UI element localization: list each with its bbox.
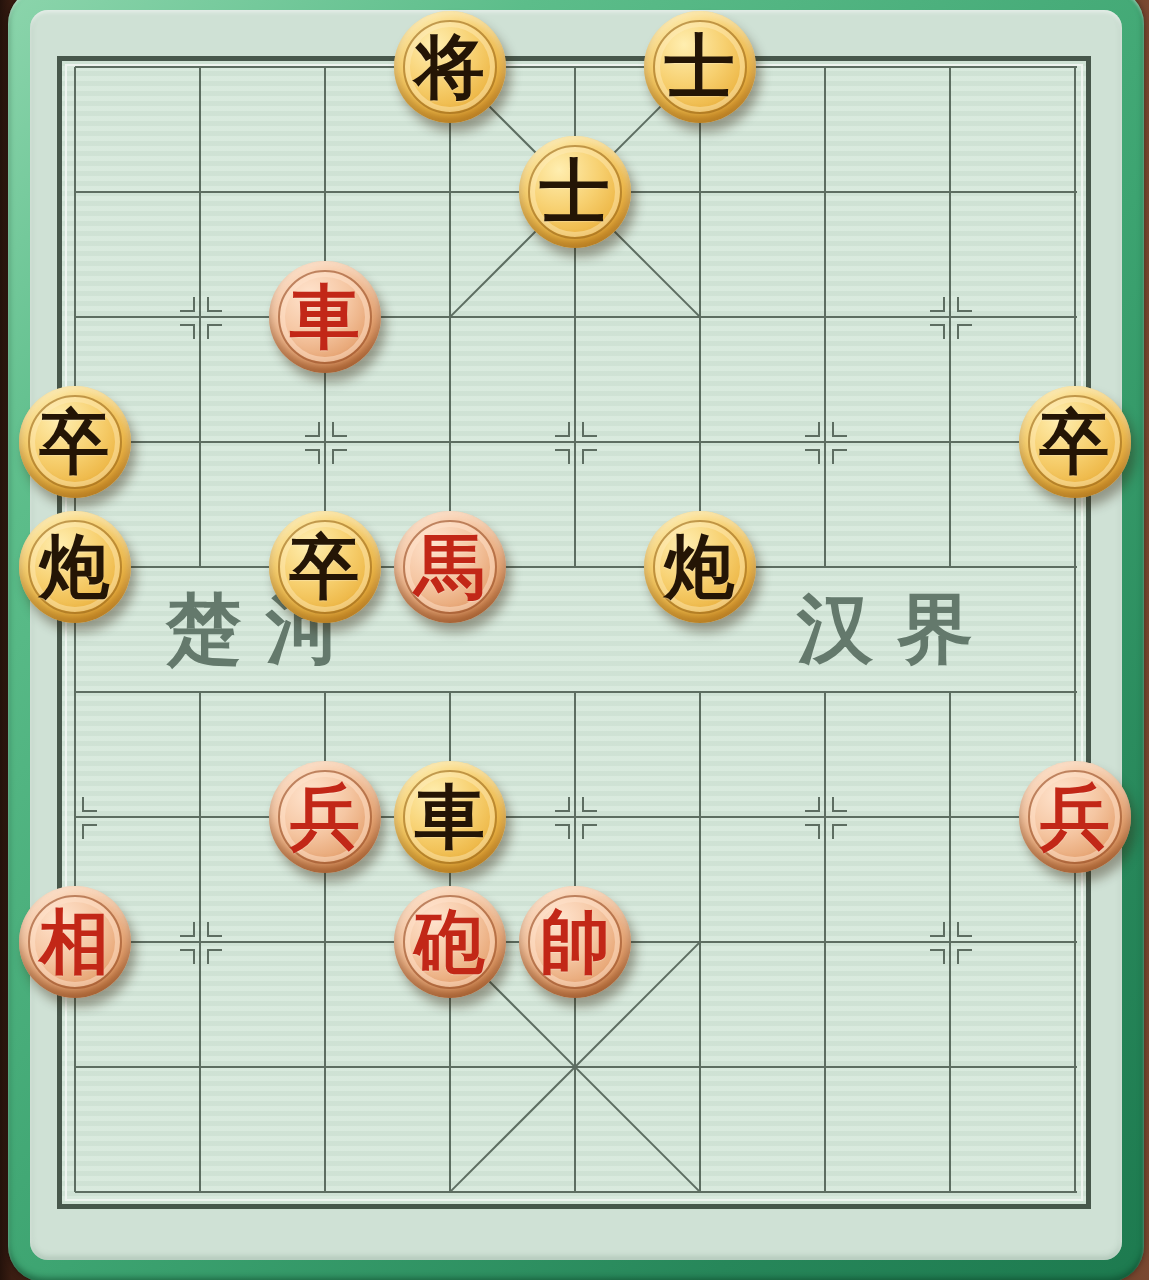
piece-red-chariot[interactable]: 車 xyxy=(269,261,381,373)
piece-glyph: 士 xyxy=(540,157,610,227)
piece-red-horse[interactable]: 馬 xyxy=(394,511,506,623)
piece-glyph: 兵 xyxy=(1040,782,1110,852)
piece-red-cannon[interactable]: 砲 xyxy=(394,886,506,998)
piece-black-general[interactable]: 将 xyxy=(394,11,506,123)
pieces-layer: 将士士車卒卒炮卒馬炮兵車兵相砲帥 xyxy=(12,4,1137,1254)
piece-glyph: 卒 xyxy=(40,407,110,477)
piece-glyph: 卒 xyxy=(290,532,360,602)
piece-black-chariot[interactable]: 車 xyxy=(394,761,506,873)
piece-glyph: 馬 xyxy=(415,532,485,602)
piece-glyph: 将 xyxy=(415,32,485,102)
piece-red-soldier-1[interactable]: 兵 xyxy=(269,761,381,873)
piece-black-cannon-1[interactable]: 炮 xyxy=(19,511,131,623)
piece-black-advisor-1[interactable]: 士 xyxy=(644,11,756,123)
piece-glyph: 士 xyxy=(665,32,735,102)
piece-glyph: 炮 xyxy=(665,532,735,602)
piece-glyph: 炮 xyxy=(40,532,110,602)
piece-glyph: 砲 xyxy=(415,907,485,977)
piece-glyph: 車 xyxy=(415,782,485,852)
piece-glyph: 帥 xyxy=(540,907,610,977)
piece-black-cannon-2[interactable]: 炮 xyxy=(644,511,756,623)
piece-red-soldier-2[interactable]: 兵 xyxy=(1019,761,1131,873)
piece-glyph: 卒 xyxy=(1040,407,1110,477)
piece-black-advisor-2[interactable]: 士 xyxy=(519,136,631,248)
piece-glyph: 兵 xyxy=(290,782,360,852)
piece-red-elephant[interactable]: 相 xyxy=(19,886,131,998)
piece-black-soldier-3[interactable]: 卒 xyxy=(269,511,381,623)
piece-glyph: 相 xyxy=(40,907,110,977)
piece-red-general[interactable]: 帥 xyxy=(519,886,631,998)
piece-black-soldier-2[interactable]: 卒 xyxy=(1019,386,1131,498)
piece-glyph: 車 xyxy=(290,282,360,352)
piece-black-soldier-1[interactable]: 卒 xyxy=(19,386,131,498)
